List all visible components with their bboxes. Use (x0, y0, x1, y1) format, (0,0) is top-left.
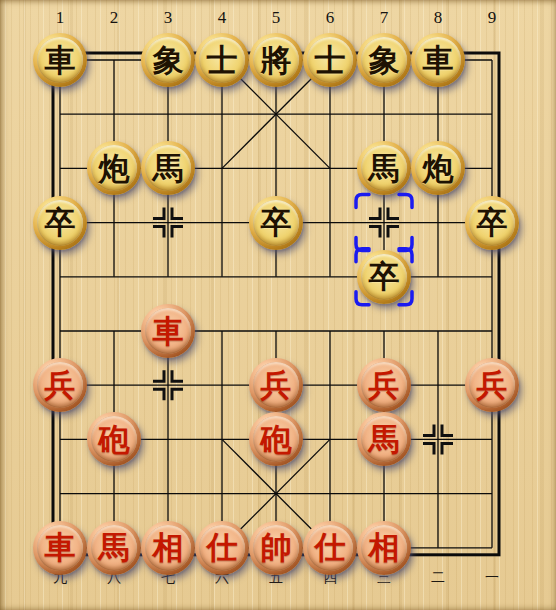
piece-character: 兵 (45, 370, 76, 401)
piece-red-cannon-f2r8[interactable]: 砲 (87, 412, 141, 466)
piece-face: 卒 (361, 254, 407, 300)
board-grid (0, 0, 556, 610)
piece-face: 相 (145, 525, 191, 571)
piece-face: 砲 (253, 416, 299, 462)
piece-red-cannon-f5r8[interactable]: 砲 (249, 412, 303, 466)
piece-black-soldier-f1r4[interactable]: 卒 (33, 196, 87, 250)
piece-character: 炮 (423, 153, 454, 184)
piece-face: 砲 (91, 416, 137, 462)
piece-face: 象 (361, 37, 407, 83)
piece-black-advisor-f4r1[interactable]: 士 (195, 33, 249, 87)
piece-black-soldier-f5r4[interactable]: 卒 (249, 196, 303, 250)
piece-character: 帥 (261, 532, 292, 563)
piece-face: 將 (253, 37, 299, 83)
piece-character: 士 (315, 45, 346, 76)
piece-black-soldier-f7r5[interactable]: 卒 (357, 250, 411, 304)
piece-black-chariot-f8r1[interactable]: 車 (411, 33, 465, 87)
piece-black-horse-f7r3[interactable]: 馬 (357, 141, 411, 195)
piece-character: 象 (369, 45, 400, 76)
piece-character: 將 (261, 45, 292, 76)
piece-face: 車 (415, 37, 461, 83)
piece-red-horse-f7r8[interactable]: 馬 (357, 412, 411, 466)
piece-face: 車 (145, 308, 191, 354)
piece-face: 車 (37, 525, 83, 571)
piece-face: 兵 (37, 362, 83, 408)
piece-character: 仕 (315, 532, 346, 563)
piece-face: 炮 (91, 145, 137, 191)
piece-face: 卒 (469, 200, 515, 246)
piece-face: 士 (199, 37, 245, 83)
piece-character: 相 (369, 532, 400, 563)
piece-character: 象 (153, 45, 184, 76)
piece-red-elephant-f7r10[interactable]: 相 (357, 521, 411, 575)
piece-red-soldier-f9r7[interactable]: 兵 (465, 358, 519, 412)
piece-character: 卒 (261, 207, 292, 238)
piece-character: 車 (153, 316, 184, 347)
piece-face: 相 (361, 525, 407, 571)
piece-character: 馬 (369, 424, 400, 455)
piece-face: 士 (307, 37, 353, 83)
piece-face: 仕 (199, 525, 245, 571)
piece-face: 兵 (253, 362, 299, 408)
piece-character: 炮 (99, 153, 130, 184)
piece-red-advisor-f6r10[interactable]: 仕 (303, 521, 357, 575)
piece-black-cannon-f8r3[interactable]: 炮 (411, 141, 465, 195)
piece-character: 卒 (369, 261, 400, 292)
piece-black-elephant-f7r1[interactable]: 象 (357, 33, 411, 87)
piece-face: 馬 (91, 525, 137, 571)
piece-character: 相 (153, 532, 184, 563)
piece-red-soldier-f1r7[interactable]: 兵 (33, 358, 87, 412)
piece-black-chariot-f1r1[interactable]: 車 (33, 33, 87, 87)
piece-character: 兵 (477, 370, 508, 401)
piece-black-soldier-f9r4[interactable]: 卒 (465, 196, 519, 250)
piece-face: 馬 (145, 145, 191, 191)
piece-red-soldier-f5r7[interactable]: 兵 (249, 358, 303, 412)
piece-character: 馬 (369, 153, 400, 184)
piece-character: 馬 (153, 153, 184, 184)
xiangqi-board-window: 車象士將士象車炮馬馬炮卒卒卒卒車兵兵兵兵砲砲馬車馬相仕帥仕相 123456789… (0, 0, 556, 610)
piece-black-horse-f3r3[interactable]: 馬 (141, 141, 195, 195)
piece-character: 馬 (99, 532, 130, 563)
piece-character: 車 (45, 532, 76, 563)
piece-face: 車 (37, 37, 83, 83)
piece-face: 兵 (361, 362, 407, 408)
piece-red-horse-f2r10[interactable]: 馬 (87, 521, 141, 575)
piece-character: 車 (423, 45, 454, 76)
piece-face: 帥 (253, 525, 299, 571)
piece-character: 卒 (45, 207, 76, 238)
piece-character: 砲 (261, 424, 292, 455)
piece-face: 仕 (307, 525, 353, 571)
piece-red-advisor-f4r10[interactable]: 仕 (195, 521, 249, 575)
piece-face: 卒 (37, 200, 83, 246)
piece-character: 士 (207, 45, 238, 76)
piece-black-cannon-f2r3[interactable]: 炮 (87, 141, 141, 195)
piece-face: 炮 (415, 145, 461, 191)
piece-black-elephant-f3r1[interactable]: 象 (141, 33, 195, 87)
piece-face: 象 (145, 37, 191, 83)
piece-character: 仕 (207, 532, 238, 563)
piece-face: 馬 (361, 416, 407, 462)
piece-character: 砲 (99, 424, 130, 455)
piece-character: 兵 (261, 370, 292, 401)
piece-character: 車 (45, 45, 76, 76)
piece-red-soldier-f7r7[interactable]: 兵 (357, 358, 411, 412)
piece-red-general-f5r10[interactable]: 帥 (249, 521, 303, 575)
piece-red-chariot-f3r6[interactable]: 車 (141, 304, 195, 358)
piece-black-general-f5r1[interactable]: 將 (249, 33, 303, 87)
piece-face: 兵 (469, 362, 515, 408)
piece-black-advisor-f6r1[interactable]: 士 (303, 33, 357, 87)
piece-character: 兵 (369, 370, 400, 401)
piece-face: 卒 (253, 200, 299, 246)
piece-face: 馬 (361, 145, 407, 191)
piece-red-elephant-f3r10[interactable]: 相 (141, 521, 195, 575)
piece-red-chariot-f1r10[interactable]: 車 (33, 521, 87, 575)
piece-character: 卒 (477, 207, 508, 238)
